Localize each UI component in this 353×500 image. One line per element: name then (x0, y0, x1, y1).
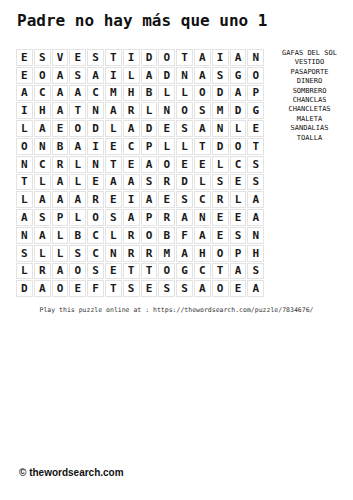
grid-cell[interactable]: B (69, 227, 86, 244)
grid-cell[interactable]: A (52, 174, 69, 191)
grid-cell[interactable]: L (52, 227, 69, 244)
grid-cell[interactable]: A (247, 209, 264, 226)
grid-cell[interactable]: E (158, 120, 175, 137)
grid-cell[interactable]: C (230, 156, 247, 173)
grid-cell[interactable]: H (123, 85, 140, 102)
grid-cell[interactable]: L (105, 120, 122, 137)
grid-cell[interactable]: E (212, 227, 229, 244)
grid-cell[interactable]: A (247, 280, 264, 297)
grid-cell[interactable]: O (212, 245, 229, 262)
grid-cell[interactable]: R (158, 174, 175, 191)
grid-cell[interactable]: C (194, 191, 211, 208)
play-online-link[interactable]: Play this puzzle online at : https://the… (0, 306, 353, 314)
grid-cell[interactable]: N (212, 120, 229, 137)
grid-cell[interactable]: A (141, 67, 158, 84)
grid-cell[interactable]: F (176, 227, 193, 244)
grid-cell[interactable]: N (16, 156, 33, 173)
grid-cell[interactable]: O (158, 49, 175, 66)
grid-cell[interactable]: R (87, 191, 104, 208)
grid-cell[interactable]: D (141, 120, 158, 137)
grid-cell[interactable]: R (34, 263, 51, 280)
grid-cell[interactable]: I (212, 49, 229, 66)
grid-cell[interactable]: O (194, 85, 211, 102)
word-item: SANDALIAS (266, 124, 353, 133)
grid-cell[interactable]: F (87, 280, 104, 297)
grid-cell[interactable]: A (52, 102, 69, 119)
grid-cell[interactable]: A (34, 191, 51, 208)
grid-cell[interactable]: O (158, 156, 175, 173)
grid-cell[interactable]: S (34, 49, 51, 66)
grid-cell[interactable]: O (176, 102, 193, 119)
grid-cell[interactable]: L (123, 67, 140, 84)
grid-cell[interactable]: E (87, 174, 104, 191)
grid-cell[interactable]: L (158, 138, 175, 155)
grid-cell[interactable]: P (247, 85, 264, 102)
grid-cell[interactable]: E (52, 120, 69, 137)
grid-cell[interactable]: O (141, 227, 158, 244)
grid-cell[interactable]: C (194, 263, 211, 280)
grid-cell[interactable]: G (176, 263, 193, 280)
grid-cell[interactable]: C (34, 156, 51, 173)
grid-cell[interactable]: O (34, 67, 51, 84)
grid-cell[interactable]: A (69, 85, 86, 102)
grid-cell[interactable]: L (34, 174, 51, 191)
grid-cell[interactable]: G (247, 102, 264, 119)
grid-cell[interactable]: R (52, 156, 69, 173)
grid-cell[interactable]: D (212, 138, 229, 155)
grid-cell[interactable]: O (87, 209, 104, 226)
grid-cell[interactable]: S (69, 67, 86, 84)
grid-cell[interactable]: S (141, 174, 158, 191)
grid-cell[interactable]: L (52, 245, 69, 262)
grid-cell[interactable]: A (34, 227, 51, 244)
grid-cell[interactable]: L (141, 102, 158, 119)
grid-cell[interactable]: E (230, 174, 247, 191)
grid-cell[interactable]: E (158, 191, 175, 208)
grid-cell[interactable]: E (176, 156, 193, 173)
grid-cell[interactable]: A (52, 85, 69, 102)
grid-cell[interactable]: L (69, 156, 86, 173)
grid-cell[interactable]: R (158, 209, 175, 226)
grid-cell[interactable]: M (212, 102, 229, 119)
grid-cell[interactable]: R (123, 245, 140, 262)
grid-cell[interactable]: T (105, 280, 122, 297)
grid-cell[interactable]: P (141, 209, 158, 226)
grid-cell[interactable]: A (34, 120, 51, 137)
grid-cell[interactable]: N (16, 227, 33, 244)
grid-cell[interactable]: S (247, 263, 264, 280)
grid-cell[interactable]: E (69, 49, 86, 66)
grid-cell[interactable]: A (16, 209, 33, 226)
grid-cell[interactable]: A (194, 120, 211, 137)
grid-cell[interactable]: S (69, 245, 86, 262)
grid-cell[interactable]: R (212, 191, 229, 208)
grid-cell[interactable]: S (212, 67, 229, 84)
grid-cell[interactable]: A (69, 191, 86, 208)
grid-cell[interactable]: L (34, 245, 51, 262)
grid-cell[interactable]: E (69, 280, 86, 297)
grid-cell[interactable]: T (123, 263, 140, 280)
grid-cell[interactable]: L (105, 227, 122, 244)
grid-cell[interactable]: L (16, 120, 33, 137)
grid-cell[interactable]: A (194, 49, 211, 66)
grid-cell[interactable]: L (212, 156, 229, 173)
grid-cell[interactable]: L (69, 209, 86, 226)
grid-cell[interactable]: S (87, 263, 104, 280)
grid-cell[interactable]: E (212, 209, 229, 226)
grid-cell[interactable]: N (105, 245, 122, 262)
grid-cell[interactable]: O (230, 138, 247, 155)
grid-cell[interactable]: D (230, 102, 247, 119)
grid-cell[interactable]: E (247, 120, 264, 137)
word-item: GAFAS DEL SOL (266, 49, 353, 58)
grid-cell[interactable]: O (158, 263, 175, 280)
grid-cell[interactable]: R (141, 245, 158, 262)
word-item: MALETA (266, 115, 353, 124)
grid-cell[interactable]: H (247, 245, 264, 262)
grid-cell[interactable]: A (34, 280, 51, 297)
grid-cell[interactable]: A (69, 138, 86, 155)
grid-cell[interactable]: A (52, 263, 69, 280)
word-list: GAFAS DEL SOLVESTIDOPASAPORTEDINEROSOMBR… (266, 49, 353, 143)
word-item: CHANCLAS (266, 96, 353, 105)
grid-cell[interactable]: S (176, 191, 193, 208)
grid-cell[interactable]: L (230, 120, 247, 137)
grid-cell[interactable]: S (176, 120, 193, 137)
grid-cell[interactable]: E (194, 156, 211, 173)
grid-cell[interactable]: N (87, 156, 104, 173)
grid-cell[interactable]: E (16, 67, 33, 84)
grid-cell[interactable]: T (194, 138, 211, 155)
grid-cell[interactable]: T (105, 49, 122, 66)
grid-cell[interactable]: A (123, 209, 140, 226)
grid-cell[interactable]: D (158, 67, 175, 84)
grid-cell[interactable]: P (230, 245, 247, 262)
grid-cell[interactable]: L (158, 85, 175, 102)
grid-cell[interactable]: S (16, 245, 33, 262)
grid-cell[interactable]: S (123, 280, 140, 297)
grid-cell[interactable]: O (247, 67, 264, 84)
grid-cell[interactable]: H (194, 245, 211, 262)
grid-cell[interactable]: L (69, 174, 86, 191)
grid-cell[interactable]: D (212, 85, 229, 102)
grid-cell[interactable]: T (247, 138, 264, 155)
grid-cell[interactable]: I (105, 67, 122, 84)
grid-cell[interactable]: N (87, 102, 104, 119)
grid-cell[interactable]: N (194, 209, 211, 226)
grid-cell[interactable]: O (212, 280, 229, 297)
grid-cell[interactable]: I (87, 138, 104, 155)
grid-cell[interactable]: B (141, 85, 158, 102)
page-title: Padre no hay más que uno 1 (17, 11, 267, 30)
grid-cell[interactable]: O (69, 120, 86, 137)
grid-cell[interactable]: C (123, 138, 140, 155)
grid-cell[interactable]: S (194, 102, 211, 119)
word-item: SOMBRERO (266, 87, 353, 96)
grid-cell[interactable]: A (176, 245, 193, 262)
grid-cell[interactable]: V (52, 49, 69, 66)
grid-cell[interactable]: T (16, 174, 33, 191)
copyright-text: © thewordsearch.com (19, 467, 124, 478)
grid-cell[interactable]: H (34, 102, 51, 119)
word-item: VESTIDO (266, 58, 353, 67)
grid-cell[interactable]: I (123, 49, 140, 66)
grid-cell[interactable]: S (34, 209, 51, 226)
grid-cell[interactable]: A (247, 191, 264, 208)
grid-cell[interactable]: E (105, 138, 122, 155)
word-search-grid: ESVESTIDOTAIANEOASAILADNASGOACAACMHBLLOD… (16, 49, 264, 297)
grid-cell[interactable]: E (105, 191, 122, 208)
grid-cell[interactable]: T (105, 156, 122, 173)
grid-cell[interactable]: E (230, 280, 247, 297)
grid-cell[interactable]: D (141, 49, 158, 66)
grid-cell[interactable]: A (87, 67, 104, 84)
grid-cell[interactable]: T (141, 263, 158, 280)
grid-cell[interactable]: L (16, 263, 33, 280)
grid-cell[interactable]: N (34, 138, 51, 155)
grid-cell[interactable]: R (123, 227, 140, 244)
grid-cell[interactable]: T (176, 49, 193, 66)
word-item: TOALLA (266, 134, 353, 143)
grid-cell[interactable]: A (52, 191, 69, 208)
grid-cell[interactable]: N (158, 102, 175, 119)
grid-cell[interactable]: A (176, 209, 193, 226)
grid-cell[interactable]: D (87, 120, 104, 137)
grid-cell[interactable]: L (230, 191, 247, 208)
grid-cell[interactable]: A (194, 280, 211, 297)
grid-cell[interactable]: A (52, 67, 69, 84)
grid-cell[interactable]: A (123, 174, 140, 191)
grid-cell[interactable]: B (52, 138, 69, 155)
grid-cell[interactable]: E (105, 263, 122, 280)
grid-cell[interactable]: C (87, 245, 104, 262)
grid-cell[interactable]: N (176, 67, 193, 84)
grid-cell[interactable]: L (176, 85, 193, 102)
grid-cell[interactable]: S (158, 280, 175, 297)
grid-cell[interactable]: A (105, 174, 122, 191)
grid-cell[interactable]: D (176, 174, 193, 191)
grid-cell[interactable]: L (176, 138, 193, 155)
grid-cell[interactable]: S (105, 209, 122, 226)
word-item: DINERO (266, 77, 353, 86)
grid-cell[interactable]: O (16, 138, 33, 155)
grid-cell[interactable]: O (52, 280, 69, 297)
word-item: PASAPORTE (266, 68, 353, 77)
grid-cell[interactable]: S (176, 280, 193, 297)
grid-cell[interactable]: N (247, 227, 264, 244)
grid-cell[interactable]: A (194, 227, 211, 244)
grid-cell[interactable]: G (230, 67, 247, 84)
grid-cell[interactable]: M (105, 85, 122, 102)
grid-cell[interactable]: I (16, 102, 33, 119)
grid-cell[interactable]: C (87, 227, 104, 244)
grid-cell[interactable]: R (123, 102, 140, 119)
grid-cell[interactable]: A (141, 156, 158, 173)
grid-cell[interactable]: A (123, 120, 140, 137)
grid-cell[interactable]: A (230, 263, 247, 280)
grid-cell[interactable]: D (16, 280, 33, 297)
grid-cell[interactable]: A (194, 67, 211, 84)
grid-cell[interactable]: E (230, 209, 247, 226)
grid-cell[interactable]: C (87, 85, 104, 102)
word-item: CHANCLETAS (266, 105, 353, 114)
grid-cell[interactable]: L (16, 191, 33, 208)
grid-cell[interactable]: M (158, 245, 175, 262)
grid-cell[interactable]: E (16, 49, 33, 66)
grid-cell[interactable]: T (69, 102, 86, 119)
grid-cell[interactable]: N (247, 49, 264, 66)
grid-cell[interactable]: P (52, 209, 69, 226)
grid-cell[interactable]: S (247, 156, 264, 173)
grid-cell[interactable]: A (141, 191, 158, 208)
grid-cell[interactable]: L (194, 174, 211, 191)
grid-cell[interactable]: P (141, 138, 158, 155)
grid-cell[interactable]: C (34, 85, 51, 102)
grid-cell[interactable]: S (230, 227, 247, 244)
grid-cell[interactable]: A (105, 102, 122, 119)
grid-cell[interactable]: T (212, 263, 229, 280)
grid-cell[interactable]: I (123, 191, 140, 208)
grid-cell[interactable]: S (87, 49, 104, 66)
grid-cell[interactable]: E (141, 280, 158, 297)
grid-cell[interactable]: A (230, 49, 247, 66)
grid-cell[interactable]: S (212, 174, 229, 191)
grid-cell[interactable]: E (123, 156, 140, 173)
grid-cell[interactable]: A (230, 85, 247, 102)
grid-cell[interactable]: B (158, 227, 175, 244)
grid-cell[interactable]: A (16, 85, 33, 102)
grid-cell[interactable]: S (247, 174, 264, 191)
grid-cell[interactable]: O (69, 263, 86, 280)
